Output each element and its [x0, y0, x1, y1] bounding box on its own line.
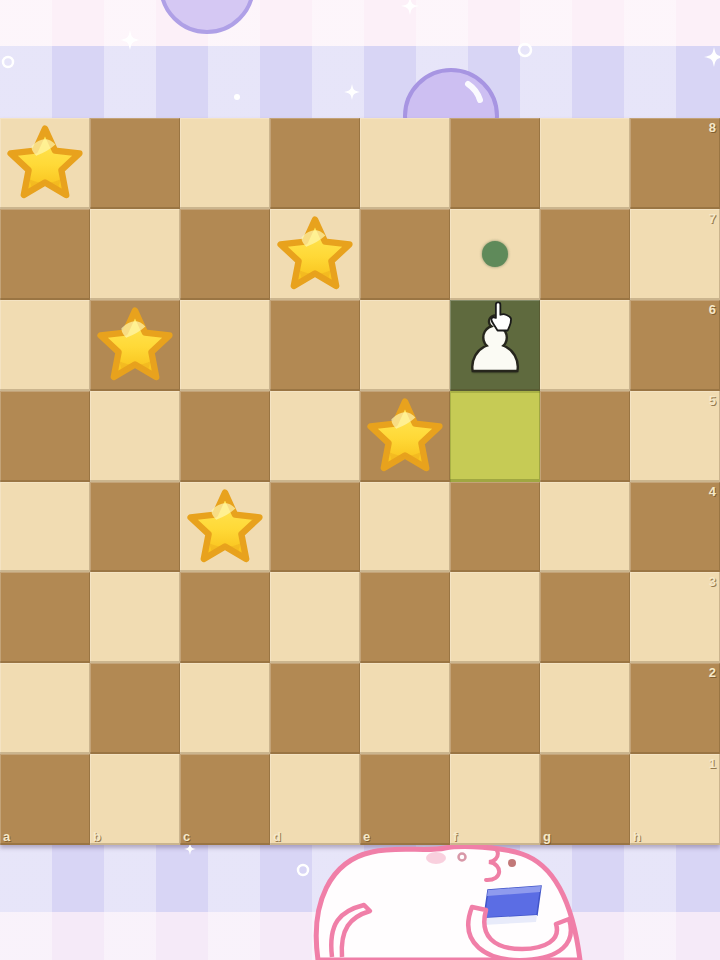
square-a3[interactable]: [0, 572, 90, 663]
square-d4[interactable]: [270, 482, 360, 573]
file-label: d: [273, 829, 281, 844]
square-c2[interactable]: [180, 663, 270, 754]
square-a8[interactable]: [0, 118, 90, 209]
square-a7[interactable]: [0, 209, 90, 300]
square-b2[interactable]: [90, 663, 180, 754]
star-icon: [365, 396, 445, 476]
hand-cursor-icon: [488, 301, 515, 333]
square-b6[interactable]: [90, 300, 180, 391]
square-c8[interactable]: [180, 118, 270, 209]
square-a5[interactable]: [0, 391, 90, 482]
square-b3[interactable]: [90, 572, 180, 663]
square-f5[interactable]: [450, 391, 540, 482]
square-f1[interactable]: f: [450, 754, 540, 845]
square-d1[interactable]: d: [270, 754, 360, 845]
square-c6[interactable]: [180, 300, 270, 391]
square-g8[interactable]: [540, 118, 630, 209]
square-b1[interactable]: b: [90, 754, 180, 845]
chess-board: 87♟65432abcdefg1h: [0, 118, 720, 845]
square-b5[interactable]: [90, 391, 180, 482]
square-d6[interactable]: [270, 300, 360, 391]
square-a6[interactable]: [0, 300, 90, 391]
square-f2[interactable]: [450, 663, 540, 754]
square-g5[interactable]: [540, 391, 630, 482]
square-c4[interactable]: [180, 482, 270, 573]
move-hint-dot: [482, 241, 508, 267]
square-e4[interactable]: [360, 482, 450, 573]
square-h8[interactable]: 8: [630, 118, 720, 209]
file-label: h: [633, 829, 641, 844]
file-label: e: [363, 829, 370, 844]
square-b4[interactable]: [90, 482, 180, 573]
square-h2[interactable]: 2: [630, 663, 720, 754]
square-g3[interactable]: [540, 572, 630, 663]
square-a2[interactable]: [0, 663, 90, 754]
square-f6[interactable]: ♟: [450, 300, 540, 391]
square-e3[interactable]: [360, 572, 450, 663]
file-label: a: [3, 829, 10, 844]
square-d2[interactable]: [270, 663, 360, 754]
square-f8[interactable]: [450, 118, 540, 209]
square-e8[interactable]: [360, 118, 450, 209]
star-icon: [185, 487, 265, 567]
square-c5[interactable]: [180, 391, 270, 482]
square-g6[interactable]: [540, 300, 630, 391]
square-c1[interactable]: c: [180, 754, 270, 845]
square-g7[interactable]: [540, 209, 630, 300]
rank-label: 2: [709, 665, 716, 680]
rank-label: 5: [709, 393, 716, 408]
star-icon: [95, 305, 175, 385]
square-h6[interactable]: 6: [630, 300, 720, 391]
square-e5[interactable]: [360, 391, 450, 482]
square-h5[interactable]: 5: [630, 391, 720, 482]
square-g4[interactable]: [540, 482, 630, 573]
file-label: g: [543, 829, 551, 844]
rank-label: 6: [709, 302, 716, 317]
square-d3[interactable]: [270, 572, 360, 663]
square-h7[interactable]: 7: [630, 209, 720, 300]
square-f7[interactable]: [450, 209, 540, 300]
rank-label: 7: [709, 211, 716, 226]
square-e1[interactable]: e: [360, 754, 450, 845]
rank-label: 3: [709, 574, 716, 589]
square-c7[interactable]: [180, 209, 270, 300]
square-h3[interactable]: 3: [630, 572, 720, 663]
square-h4[interactable]: 4: [630, 482, 720, 573]
square-b7[interactable]: [90, 209, 180, 300]
square-e6[interactable]: [360, 300, 450, 391]
file-label: c: [183, 829, 190, 844]
square-e7[interactable]: [360, 209, 450, 300]
rank-label: 8: [709, 120, 716, 135]
square-b8[interactable]: [90, 118, 180, 209]
rank-label: 1: [709, 756, 716, 771]
square-g2[interactable]: [540, 663, 630, 754]
square-d5[interactable]: [270, 391, 360, 482]
square-c3[interactable]: [180, 572, 270, 663]
square-a1[interactable]: a: [0, 754, 90, 845]
square-h1[interactable]: 1h: [630, 754, 720, 845]
star-icon: [5, 123, 85, 203]
rank-label: 4: [709, 484, 716, 499]
file-label: f: [453, 829, 457, 844]
star-icon: [275, 214, 355, 294]
square-e2[interactable]: [360, 663, 450, 754]
file-label: b: [93, 829, 101, 844]
square-d8[interactable]: [270, 118, 360, 209]
square-f3[interactable]: [450, 572, 540, 663]
square-a4[interactable]: [0, 482, 90, 573]
square-d7[interactable]: [270, 209, 360, 300]
square-g1[interactable]: g: [540, 754, 630, 845]
square-f4[interactable]: [450, 482, 540, 573]
